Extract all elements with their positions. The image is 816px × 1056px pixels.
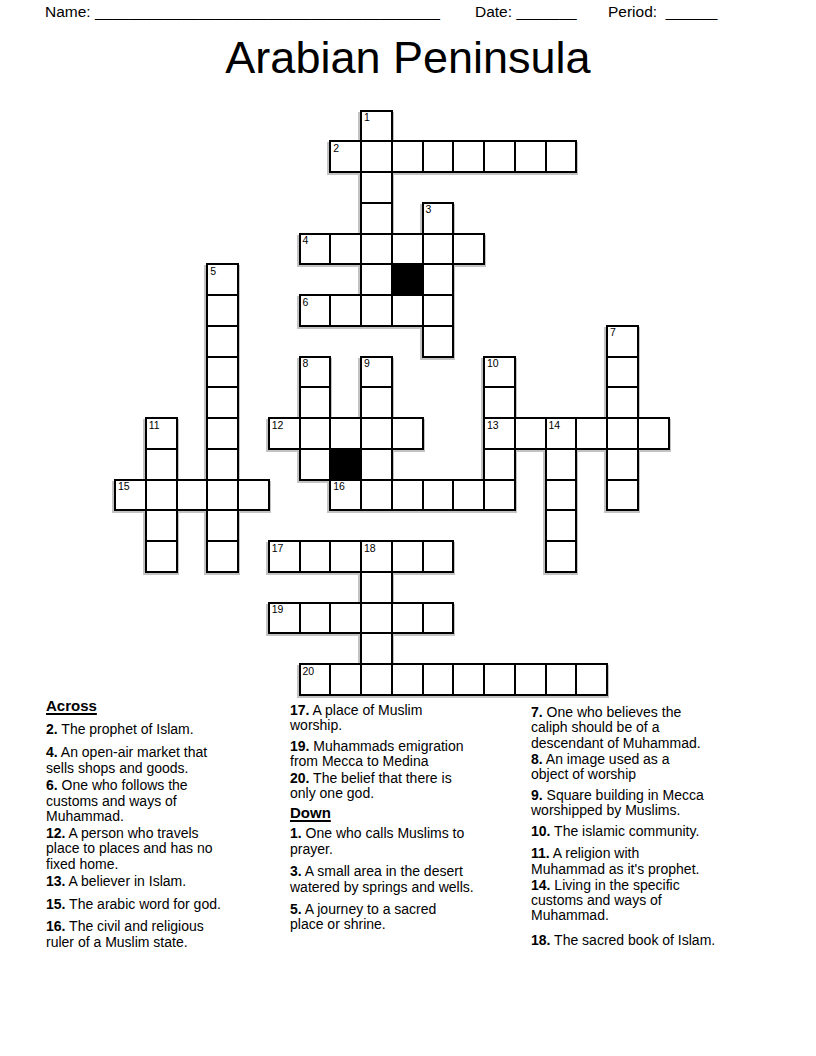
clue-line: 7. One who believes the bbox=[531, 705, 715, 720]
cell-number-13: 13 bbox=[487, 420, 499, 431]
black-cell-r11c7 bbox=[329, 448, 362, 481]
cell-r10c16[interactable] bbox=[606, 417, 639, 450]
cell-r1c13[interactable] bbox=[514, 140, 547, 173]
cell-number-9: 9 bbox=[364, 358, 370, 369]
clue-3: 3. A small area in the desertwatered by … bbox=[290, 864, 474, 895]
cell-r0c8[interactable]: 1 bbox=[360, 110, 393, 143]
cell-r5c3[interactable]: 5 bbox=[206, 263, 239, 296]
clue-line: fixed home. bbox=[46, 857, 221, 872]
clue-7: 7. One who believes thecaliph should be … bbox=[531, 705, 715, 751]
cell-r16c9[interactable] bbox=[391, 602, 424, 635]
clue-13: 13. A believer in Islam. bbox=[46, 874, 221, 889]
clue-line: 6. One who follows the bbox=[46, 778, 221, 793]
cell-r12c10[interactable] bbox=[422, 479, 455, 512]
cell-r17c8[interactable] bbox=[360, 632, 393, 665]
clue-10: 10. The islamic community. bbox=[531, 824, 715, 839]
cell-r6c6[interactable]: 6 bbox=[299, 294, 332, 327]
cell-r14c10[interactable] bbox=[422, 540, 455, 573]
cell-r18c11[interactable] bbox=[452, 663, 485, 696]
clue-line: 14. Living in the specific bbox=[531, 878, 715, 893]
cell-r18c14[interactable] bbox=[545, 663, 578, 696]
cell-r11c16[interactable] bbox=[606, 448, 639, 481]
clue-line: Muhammad as it's prophet. bbox=[531, 862, 715, 877]
black-cell-r5c9 bbox=[391, 263, 424, 296]
cell-r12c3[interactable] bbox=[206, 479, 239, 512]
clue-1: 1. One who calls Muslims toprayer. bbox=[290, 826, 474, 857]
clue-5: 5. A journey to a sacredplace or shrine. bbox=[290, 902, 474, 933]
cell-number-15: 15 bbox=[118, 481, 130, 492]
clue-number: 9. bbox=[531, 787, 543, 803]
cell-r10c17[interactable] bbox=[637, 417, 670, 450]
cell-r1c11[interactable] bbox=[452, 140, 485, 173]
clue-line: Muhammad. bbox=[531, 908, 715, 923]
clue-line: 5. A journey to a sacred bbox=[290, 902, 474, 917]
cell-r5c8[interactable] bbox=[360, 263, 393, 296]
cell-r14c1[interactable] bbox=[145, 540, 178, 573]
cell-r2c8[interactable] bbox=[360, 171, 393, 204]
clue-number: 5. bbox=[290, 901, 302, 917]
cell-r10c6[interactable] bbox=[299, 417, 332, 450]
clue-line: 15. The arabic word for god. bbox=[46, 897, 221, 912]
cell-r10c13[interactable] bbox=[514, 417, 547, 450]
clue-line: 10. The islamic community. bbox=[531, 824, 715, 839]
cell-r16c8[interactable] bbox=[360, 602, 393, 635]
cell-number-18: 18 bbox=[364, 543, 376, 554]
cell-r10c15[interactable] bbox=[575, 417, 608, 450]
cell-r1c14[interactable] bbox=[545, 140, 578, 173]
cell-r12c8[interactable] bbox=[360, 479, 393, 512]
cell-r1c8[interactable] bbox=[360, 140, 393, 173]
clue-number: 14. bbox=[531, 877, 550, 893]
clue-line: 18. The sacred book of Islam. bbox=[531, 933, 715, 948]
cell-number-12: 12 bbox=[272, 420, 284, 431]
cell-r15c8[interactable] bbox=[360, 571, 393, 604]
cell-r14c7[interactable] bbox=[329, 540, 362, 573]
clue-line: place to places and has no bbox=[46, 841, 221, 856]
clue-line: place or shrine. bbox=[290, 917, 474, 932]
clue-line: object of worship bbox=[531, 767, 715, 782]
cell-r12c1[interactable] bbox=[145, 479, 178, 512]
cell-r14c14[interactable] bbox=[545, 540, 578, 573]
cell-r6c10[interactable] bbox=[422, 294, 455, 327]
cell-r9c16[interactable] bbox=[606, 386, 639, 419]
cell-r12c4[interactable] bbox=[237, 479, 270, 512]
clue-line: 19. Muhammads emigration bbox=[290, 739, 474, 754]
cell-r5c10[interactable] bbox=[422, 263, 455, 296]
cell-r7c10[interactable] bbox=[422, 325, 455, 358]
cell-number-7: 7 bbox=[610, 327, 616, 338]
clue-number: 10. bbox=[531, 823, 550, 839]
cell-r6c8[interactable] bbox=[360, 294, 393, 327]
clue-line: 13. A believer in Islam. bbox=[46, 874, 221, 889]
clue-column-3: 7. One who believes thecaliph should be … bbox=[531, 697, 715, 948]
cell-r1c10[interactable] bbox=[422, 140, 455, 173]
clue-20: 20. The belief that there isonly one god… bbox=[290, 771, 474, 802]
cell-r1c9[interactable] bbox=[391, 140, 424, 173]
cell-r12c16[interactable] bbox=[606, 479, 639, 512]
clue-4: 4. An open-air market thatsells shops an… bbox=[46, 745, 221, 776]
cell-number-5: 5 bbox=[210, 266, 216, 277]
cell-r11c12[interactable] bbox=[483, 448, 516, 481]
clue-number: 12. bbox=[46, 825, 65, 841]
clue-line: 2. The prophet of Islam. bbox=[46, 722, 221, 737]
down-header-text: Down bbox=[290, 804, 331, 821]
clue-line: from Mecca to Medina bbox=[290, 754, 474, 769]
cell-r18c6[interactable]: 20 bbox=[299, 663, 332, 696]
clue-9: 9. Square building in Meccaworshipped by… bbox=[531, 788, 715, 819]
cell-r4c10[interactable] bbox=[422, 233, 455, 266]
clue-line: Muhammad. bbox=[46, 809, 221, 824]
across-header-text: Across bbox=[46, 697, 97, 714]
cell-r6c3[interactable] bbox=[206, 294, 239, 327]
cell-r18c10[interactable] bbox=[422, 663, 455, 696]
cell-r11c14[interactable] bbox=[545, 448, 578, 481]
down-header: Down bbox=[290, 804, 474, 821]
cell-r16c6[interactable] bbox=[299, 602, 332, 635]
clue-line: ruler of a Muslim state. bbox=[46, 935, 221, 950]
clue-number: 17. bbox=[290, 702, 309, 718]
cell-r8c6[interactable]: 8 bbox=[299, 356, 332, 389]
cell-r12c14[interactable] bbox=[545, 479, 578, 512]
cell-number-6: 6 bbox=[303, 297, 309, 308]
clue-column-1: Across2. The prophet of Islam.4. An open… bbox=[46, 697, 221, 950]
clue-14: 14. Living in the specificcustoms and wa… bbox=[531, 878, 715, 924]
cell-number-8: 8 bbox=[303, 358, 309, 369]
clue-19: 19. Muhammads emigrationfrom Mecca to Me… bbox=[290, 739, 474, 770]
cell-r14c9[interactable] bbox=[391, 540, 424, 573]
cell-r12c9[interactable] bbox=[391, 479, 424, 512]
cell-r18c9[interactable] bbox=[391, 663, 424, 696]
cell-r11c8[interactable] bbox=[360, 448, 393, 481]
cell-r14c8[interactable]: 18 bbox=[360, 540, 393, 573]
cell-r3c8[interactable] bbox=[360, 202, 393, 235]
cell-r7c16[interactable]: 7 bbox=[606, 325, 639, 358]
clue-number: 19. bbox=[290, 738, 309, 754]
clue-number: 13. bbox=[46, 873, 65, 889]
cell-number-2: 2 bbox=[333, 143, 339, 154]
clue-column-2: 17. A place of Muslimworship.19. Muhamma… bbox=[290, 697, 474, 933]
cell-r10c5[interactable]: 12 bbox=[268, 417, 301, 450]
clue-line: 11. A religion with bbox=[531, 846, 715, 861]
clue-line: 17. A place of Muslim bbox=[290, 703, 474, 718]
cell-r9c12[interactable] bbox=[483, 386, 516, 419]
clue-line: 1. One who calls Muslims to bbox=[290, 826, 474, 841]
clue-number: 3. bbox=[290, 863, 302, 879]
cell-r9c3[interactable] bbox=[206, 386, 239, 419]
cell-r10c14[interactable]: 14 bbox=[545, 417, 578, 450]
cell-r4c11[interactable] bbox=[452, 233, 485, 266]
cell-r4c8[interactable] bbox=[360, 233, 393, 266]
clue-line: 20. The belief that there is bbox=[290, 771, 474, 786]
cell-r12c0[interactable]: 15 bbox=[114, 479, 147, 512]
cell-r16c5[interactable]: 19 bbox=[268, 602, 301, 635]
cell-r6c9[interactable] bbox=[391, 294, 424, 327]
cell-r12c12[interactable] bbox=[483, 479, 516, 512]
cell-number-17: 17 bbox=[272, 543, 284, 554]
clue-number: 7. bbox=[531, 704, 543, 720]
cell-r11c6[interactable] bbox=[299, 448, 332, 481]
cell-r11c3[interactable] bbox=[206, 448, 239, 481]
cell-r18c7[interactable] bbox=[329, 663, 362, 696]
cell-r13c3[interactable] bbox=[206, 509, 239, 542]
clue-number: 16. bbox=[46, 918, 65, 934]
cell-r9c6[interactable] bbox=[299, 386, 332, 419]
cell-r8c3[interactable] bbox=[206, 356, 239, 389]
cell-number-14: 14 bbox=[549, 420, 561, 431]
clue-number: 1. bbox=[290, 825, 302, 841]
clue-line: sells shops and goods. bbox=[46, 761, 221, 776]
clue-line: 4. An open-air market that bbox=[46, 745, 221, 760]
cell-r14c5[interactable]: 17 bbox=[268, 540, 301, 573]
clue-number: 8. bbox=[531, 751, 543, 767]
cell-r14c3[interactable] bbox=[206, 540, 239, 573]
cell-r12c11[interactable] bbox=[452, 479, 485, 512]
cell-r10c1[interactable]: 11 bbox=[145, 417, 178, 450]
clue-2: 2. The prophet of Islam. bbox=[46, 722, 221, 737]
cell-number-1: 1 bbox=[364, 112, 370, 123]
cell-r13c1[interactable] bbox=[145, 509, 178, 542]
clue-line: worship. bbox=[290, 718, 474, 733]
clue-line: caliph should be of a bbox=[531, 720, 715, 735]
clue-8: 8. An image used as aobject of worship bbox=[531, 752, 715, 783]
cell-r12c2[interactable] bbox=[176, 479, 209, 512]
cell-r10c9[interactable] bbox=[391, 417, 424, 450]
cell-number-3: 3 bbox=[426, 204, 432, 215]
clue-16: 16. The civil and religiousruler of a Mu… bbox=[46, 919, 221, 950]
cell-r4c6[interactable]: 4 bbox=[299, 233, 332, 266]
cell-r8c12[interactable]: 10 bbox=[483, 356, 516, 389]
clue-line: customs and ways of bbox=[46, 794, 221, 809]
clue-11: 11. A religion withMuhammad as it's prop… bbox=[531, 846, 715, 877]
cell-number-10: 10 bbox=[487, 358, 499, 369]
clue-line: 9. Square building in Mecca bbox=[531, 788, 715, 803]
clue-line: customs and ways of bbox=[531, 893, 715, 908]
cell-r4c9[interactable] bbox=[391, 233, 424, 266]
clue-6: 6. One who follows thecustoms and ways o… bbox=[46, 778, 221, 824]
cell-r16c7[interactable] bbox=[329, 602, 362, 635]
clue-number: 4. bbox=[46, 744, 58, 760]
cell-number-4: 4 bbox=[303, 235, 309, 246]
clue-line: only one god. bbox=[290, 786, 474, 801]
clue-18: 18. The sacred book of Islam. bbox=[531, 933, 715, 948]
clue-line: descendant of Muhammad. bbox=[531, 736, 715, 751]
cell-r14c6[interactable] bbox=[299, 540, 332, 573]
clue-line: 16. The civil and religious bbox=[46, 919, 221, 934]
cell-r7c3[interactable] bbox=[206, 325, 239, 358]
cell-r10c7[interactable] bbox=[329, 417, 362, 450]
cell-r18c12[interactable] bbox=[483, 663, 516, 696]
cell-r18c15[interactable] bbox=[575, 663, 608, 696]
cell-r8c8[interactable]: 9 bbox=[360, 356, 393, 389]
clue-line: worshipped by Muslims. bbox=[531, 803, 715, 818]
cell-number-20: 20 bbox=[303, 666, 315, 677]
cell-r9c8[interactable] bbox=[360, 386, 393, 419]
cell-number-19: 19 bbox=[272, 604, 284, 615]
cell-r18c8[interactable] bbox=[360, 663, 393, 696]
clue-number: 15. bbox=[46, 896, 65, 912]
cell-r3c10[interactable]: 3 bbox=[422, 202, 455, 235]
cell-r18c13[interactable] bbox=[514, 663, 547, 696]
clue-number: 11. bbox=[531, 845, 550, 861]
clue-12: 12. A person who travelsplace to places … bbox=[46, 826, 221, 872]
cell-r10c8[interactable] bbox=[360, 417, 393, 450]
across-header: Across bbox=[46, 697, 221, 714]
cell-r10c12[interactable]: 13 bbox=[483, 417, 516, 450]
cell-r13c14[interactable] bbox=[545, 509, 578, 542]
clue-line: 8. An image used as a bbox=[531, 752, 715, 767]
cell-r8c16[interactable] bbox=[606, 356, 639, 389]
clue-15: 15. The arabic word for god. bbox=[46, 897, 221, 912]
cell-number-11: 11 bbox=[149, 420, 160, 431]
cell-r11c1[interactable] bbox=[145, 448, 178, 481]
clue-line: 3. A small area in the desert bbox=[290, 864, 474, 879]
clue-number: 6. bbox=[46, 777, 58, 793]
worksheet-page: Name: __________________________________… bbox=[0, 0, 816, 1056]
cell-r1c7[interactable]: 2 bbox=[329, 140, 362, 173]
clue-17: 17. A place of Muslimworship. bbox=[290, 703, 474, 734]
cell-r10c3[interactable] bbox=[206, 417, 239, 450]
clue-line: prayer. bbox=[290, 842, 474, 857]
cell-r12c7[interactable]: 16 bbox=[329, 479, 362, 512]
clue-number: 20. bbox=[290, 770, 309, 786]
clue-number: 18. bbox=[531, 932, 550, 948]
cell-r4c7[interactable] bbox=[329, 233, 362, 266]
cell-r1c12[interactable] bbox=[483, 140, 516, 173]
cell-r6c7[interactable] bbox=[329, 294, 362, 327]
clue-line: 12. A person who travels bbox=[46, 826, 221, 841]
clue-line: watered by springs and wells. bbox=[290, 880, 474, 895]
cell-number-16: 16 bbox=[333, 481, 345, 492]
clue-number: 2. bbox=[46, 721, 58, 737]
cell-r16c10[interactable] bbox=[422, 602, 455, 635]
